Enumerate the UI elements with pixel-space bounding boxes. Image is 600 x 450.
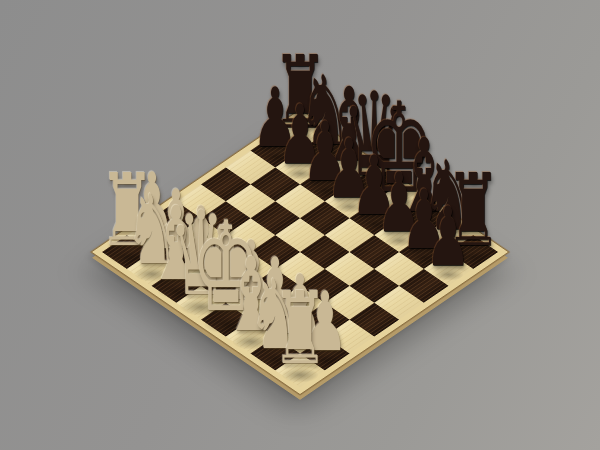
render-scene: ♜♞♝♛♚♝♞♜♟♟♟♟♟♟♟♟♟♟♟♟♟♟♟♟♜♞♝♛♚♝♞♜ xyxy=(0,0,600,450)
chess-board xyxy=(92,110,508,394)
